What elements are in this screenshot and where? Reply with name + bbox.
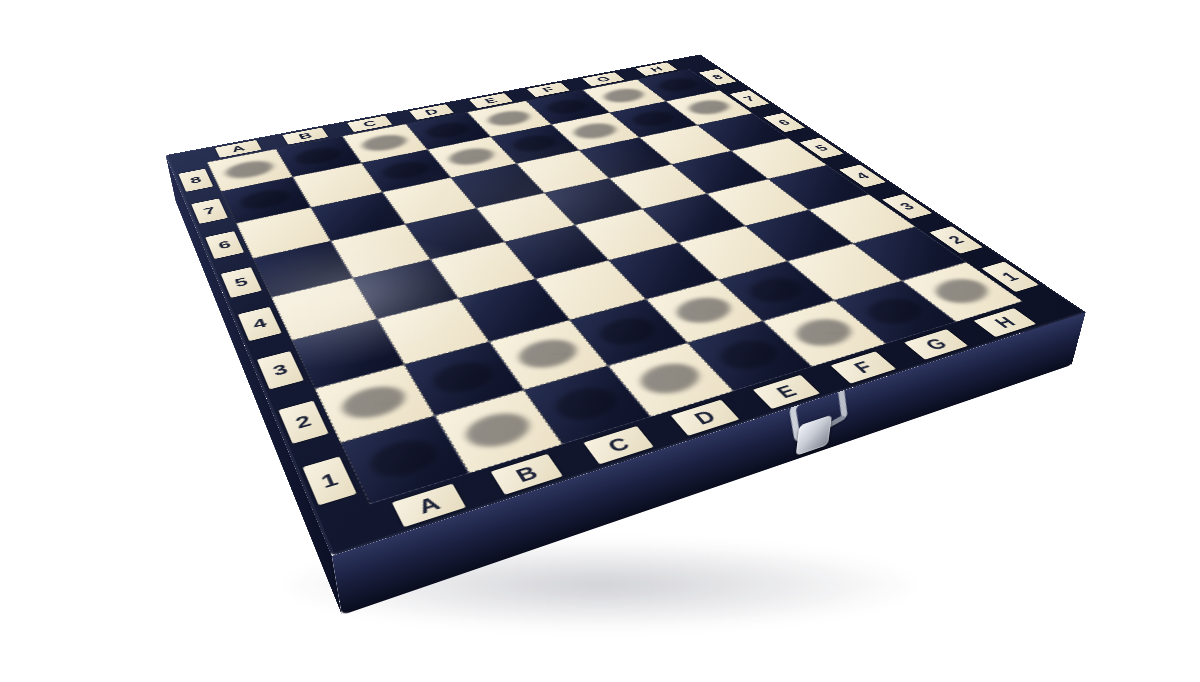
white-rook-glyph: ♜	[354, 346, 454, 458]
piece-contact-shadow	[422, 120, 474, 141]
square-h7[interactable]	[666, 90, 753, 125]
piece-contact-shadow	[378, 159, 433, 182]
black-knight-glyph: ♞	[281, 73, 355, 156]
square-h5[interactable]	[731, 138, 827, 179]
piece-contact-shadow	[292, 145, 345, 167]
square-e8[interactable]	[467, 101, 551, 137]
square-f6[interactable]	[579, 137, 671, 178]
square-a7[interactable]	[221, 177, 311, 223]
black-pawn-glyph: ♟	[626, 58, 681, 119]
square-d6[interactable]	[451, 164, 545, 209]
black-pawn-glyph: ♟	[376, 104, 436, 170]
piece-contact-shadow	[237, 187, 294, 213]
white-knight-glyph: ♞	[445, 311, 551, 430]
rank-label-5: 5	[799, 138, 843, 159]
black-bishop-glyph: ♝	[347, 60, 421, 143]
rank-label-7: 7	[730, 90, 770, 108]
chess-board-wrap: ABCDEFGH ABCDEFGH 87654321 87654321 ♜♞♝♛…	[233, 0, 917, 567]
piece-contact-shadow	[508, 133, 562, 155]
square-b7[interactable]	[293, 163, 383, 207]
rank-label-6: 6	[763, 113, 805, 132]
square-g8[interactable]	[583, 79, 666, 112]
square-e6[interactable]	[516, 150, 609, 193]
border-files-back: ABCDEFGH	[200, 59, 689, 162]
black-pawn-glyph: ♟	[567, 68, 623, 130]
rank-label-8: 8	[699, 69, 737, 85]
square-g5[interactable]	[672, 151, 769, 194]
piece-contact-shadow	[444, 145, 499, 168]
square-e5[interactable]	[544, 178, 642, 225]
black-rook-glyph: ♜	[215, 92, 284, 169]
white-knight-glyph: ♞	[848, 208, 941, 311]
file-label-h: H	[636, 62, 678, 76]
chess-board: ABCDEFGH ABCDEFGH 87654321 87654321 ♜♞♝♛…	[166, 54, 1086, 555]
black-bishop-glyph: ♝	[532, 28, 602, 106]
black-rook-glyph: ♜	[648, 18, 708, 85]
black-king-glyph: ♚	[462, 13, 556, 118]
piece-contact-shadow	[483, 108, 535, 128]
file-label-f: F	[527, 82, 570, 97]
photo-scene: ABCDEFGH ABCDEFGH 87654321 87654321 ♜♞♝♛…	[0, 0, 1200, 682]
square-h6[interactable]	[697, 113, 788, 151]
piece-contact-shadow	[568, 121, 621, 142]
square-g6[interactable]	[639, 125, 731, 164]
square-e7[interactable]	[491, 124, 579, 163]
black-pawn-glyph: ♟	[234, 130, 296, 199]
file-label-d: D	[409, 104, 454, 120]
rank-label-4: 4	[839, 165, 886, 188]
file-label-e: E	[469, 93, 513, 108]
square-c7[interactable]	[361, 150, 450, 193]
piece-contact-shadow	[542, 97, 593, 116]
piece-contact-shadow	[683, 98, 735, 117]
black-pawn-glyph: ♟	[442, 92, 500, 157]
square-c6[interactable]	[382, 178, 476, 225]
square-f7[interactable]	[551, 113, 639, 151]
file-label-g: G	[582, 72, 625, 86]
piece-contact-shadow	[653, 76, 703, 94]
piece-contact-shadow	[627, 109, 680, 129]
square-f8[interactable]	[526, 90, 610, 125]
square-g7[interactable]	[610, 101, 697, 137]
black-pawn-glyph: ♟	[506, 80, 563, 144]
square-d8[interactable]	[406, 112, 491, 150]
metal-clasp-icon	[785, 392, 845, 463]
piece-contact-shadow	[358, 132, 411, 154]
black-knight-glyph: ♞	[590, 20, 657, 95]
piece-contact-shadow	[599, 86, 649, 104]
square-h8[interactable]	[637, 69, 720, 101]
square-b8[interactable]	[276, 136, 361, 177]
file-label-b: B	[282, 128, 328, 145]
square-d7[interactable]	[427, 137, 516, 178]
black-queen-glyph: ♛	[403, 30, 493, 130]
black-pawn-glyph: ♟	[682, 47, 736, 107]
white-pawn-glyph: ♟	[546, 313, 627, 403]
square-c8[interactable]	[342, 124, 427, 163]
file-label-c: C	[347, 116, 392, 132]
